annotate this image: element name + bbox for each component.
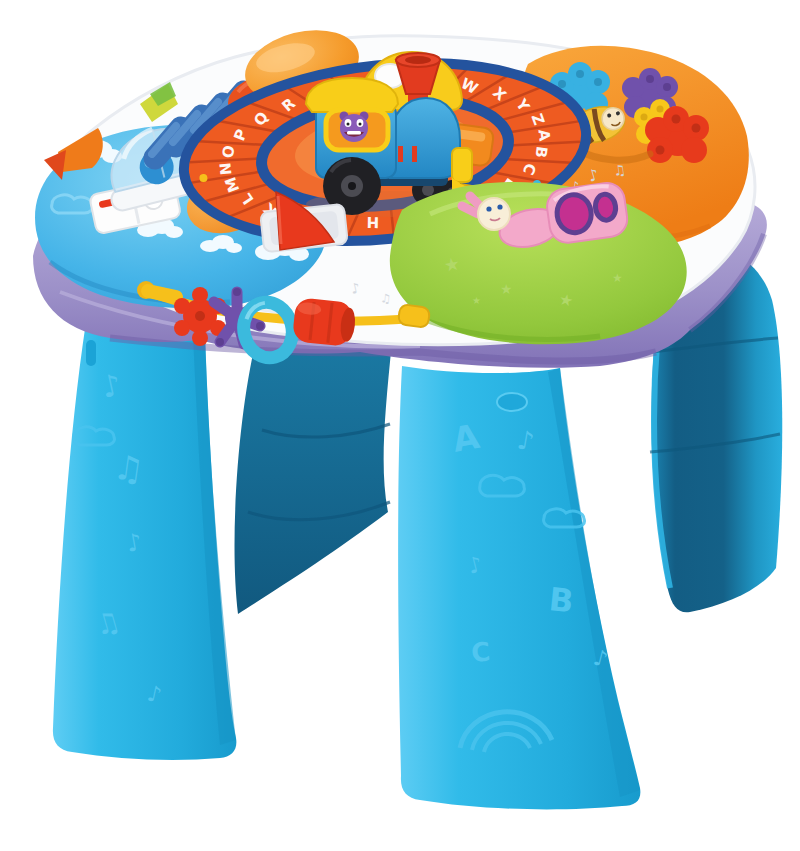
front-right-leg: A ♪ ♪ B C ♪ — [398, 366, 640, 809]
star-emboss-icon: ★ — [500, 281, 513, 297]
hippo-passenger — [340, 112, 369, 143]
train-bumper — [452, 148, 472, 182]
bead-bar-right-anchor — [398, 304, 430, 328]
leg-button — [497, 393, 527, 411]
deck-note-icon: ♫ — [612, 161, 627, 179]
star-emboss-icon: ★ — [612, 271, 623, 285]
star-emboss-icon: ★ — [472, 295, 481, 306]
back-left-leg — [235, 332, 392, 614]
emboss-letter-b: B — [547, 580, 575, 620]
train-boiler — [390, 98, 460, 178]
snail-shell[interactable] — [545, 181, 630, 245]
front-left-leg: ♪ ♫ ♪ ♫ ♪ — [53, 322, 236, 760]
product-photo-activity-table: ♪ ♫ ♪ ♫ ♪ A ♪ ♪ B C ♪ — [0, 0, 800, 851]
train-roof — [306, 78, 398, 112]
emboss-letter-c: C — [470, 636, 492, 668]
leg-seam — [86, 340, 96, 366]
snail-face — [478, 198, 510, 230]
deck-note-icon: ♫ — [380, 291, 392, 306]
emboss-note-icon: ♫ — [111, 446, 147, 490]
